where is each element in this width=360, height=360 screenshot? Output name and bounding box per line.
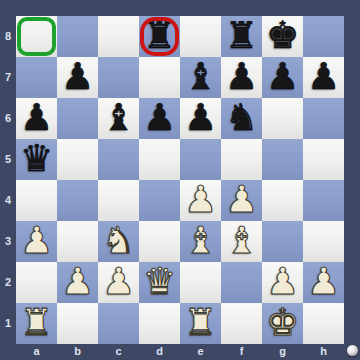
piece-black-bishop: ♝ [102, 99, 135, 136]
square-b5[interactable] [57, 139, 98, 180]
square-d7[interactable] [139, 57, 180, 98]
file-label-a: a [16, 344, 57, 360]
file-label-e: e [180, 344, 221, 360]
square-h3[interactable] [303, 221, 344, 262]
square-e8[interactable] [180, 16, 221, 57]
piece-black-pawn: ♟ [184, 99, 217, 136]
square-b1[interactable] [57, 303, 98, 344]
square-f4[interactable]: ♟ [221, 180, 262, 221]
square-a1[interactable]: ♜ [16, 303, 57, 344]
file-label-d: d [139, 344, 180, 360]
square-h8[interactable] [303, 16, 344, 57]
square-g3[interactable] [262, 221, 303, 262]
square-a5[interactable]: ♛ [16, 139, 57, 180]
square-c4[interactable] [98, 180, 139, 221]
square-a4[interactable] [16, 180, 57, 221]
square-h7[interactable]: ♟ [303, 57, 344, 98]
square-e1[interactable]: ♜ [180, 303, 221, 344]
square-f2[interactable] [221, 262, 262, 303]
square-f1[interactable] [221, 303, 262, 344]
square-f8[interactable]: ♜ [221, 16, 262, 57]
piece-white-bishop: ♝ [225, 222, 258, 259]
piece-white-rook: ♜ [184, 304, 217, 341]
piece-white-pawn: ♟ [184, 181, 217, 218]
file-label-c: c [98, 344, 139, 360]
square-g4[interactable] [262, 180, 303, 221]
square-b2[interactable]: ♟ [57, 262, 98, 303]
piece-black-pawn: ♟ [266, 58, 299, 95]
square-b3[interactable] [57, 221, 98, 262]
piece-black-queen: ♛ [20, 140, 53, 177]
rank-label-7: 7 [0, 57, 16, 98]
piece-white-bishop: ♝ [184, 222, 217, 259]
square-g5[interactable] [262, 139, 303, 180]
piece-white-pawn: ♟ [61, 263, 94, 300]
piece-white-pawn: ♟ [307, 263, 340, 300]
piece-white-pawn: ♟ [102, 263, 135, 300]
square-a2[interactable] [16, 262, 57, 303]
file-label-h: h [303, 344, 344, 360]
square-f3[interactable]: ♝ [221, 221, 262, 262]
square-e5[interactable] [180, 139, 221, 180]
square-a6[interactable]: ♟ [16, 98, 57, 139]
piece-black-rook: ♜ [225, 17, 258, 54]
square-f6[interactable]: ♞ [221, 98, 262, 139]
rank-label-4: 4 [0, 180, 16, 221]
square-a8[interactable] [16, 16, 57, 57]
chess-board: ♜♜♚♟♝♟♟♟♟♝♟♟♞♛♟♟♟♞♝♝♟♟♛♟♟♜♜♚ [16, 16, 344, 344]
square-e7[interactable]: ♝ [180, 57, 221, 98]
square-g7[interactable]: ♟ [262, 57, 303, 98]
square-h4[interactable] [303, 180, 344, 221]
piece-black-pawn: ♟ [143, 99, 176, 136]
square-c1[interactable] [98, 303, 139, 344]
square-f7[interactable]: ♟ [221, 57, 262, 98]
square-e2[interactable] [180, 262, 221, 303]
piece-black-king: ♚ [266, 17, 299, 54]
piece-white-pawn: ♟ [20, 222, 53, 259]
square-c5[interactable] [98, 139, 139, 180]
square-b6[interactable] [57, 98, 98, 139]
square-a3[interactable]: ♟ [16, 221, 57, 262]
rank-label-5: 5 [0, 139, 16, 180]
piece-black-pawn: ♟ [20, 99, 53, 136]
square-d6[interactable]: ♟ [139, 98, 180, 139]
square-d2[interactable]: ♛ [139, 262, 180, 303]
square-b8[interactable] [57, 16, 98, 57]
rank-label-8: 8 [0, 16, 16, 57]
square-e6[interactable]: ♟ [180, 98, 221, 139]
file-label-g: g [262, 344, 303, 360]
rank-label-2: 2 [0, 262, 16, 303]
square-c8[interactable] [98, 16, 139, 57]
square-h1[interactable] [303, 303, 344, 344]
square-g2[interactable]: ♟ [262, 262, 303, 303]
piece-white-queen: ♛ [143, 263, 176, 300]
red-highlight [140, 17, 179, 56]
file-label-b: b [57, 344, 98, 360]
square-g1[interactable]: ♚ [262, 303, 303, 344]
square-c2[interactable]: ♟ [98, 262, 139, 303]
piece-white-rook: ♜ [20, 304, 53, 341]
piece-black-pawn: ♟ [61, 58, 94, 95]
square-g8[interactable]: ♚ [262, 16, 303, 57]
square-h6[interactable] [303, 98, 344, 139]
piece-black-pawn: ♟ [225, 58, 258, 95]
rank-label-1: 1 [0, 303, 16, 344]
piece-black-rook: ♜ [143, 17, 176, 54]
square-d1[interactable] [139, 303, 180, 344]
square-d3[interactable] [139, 221, 180, 262]
square-h2[interactable]: ♟ [303, 262, 344, 303]
square-c7[interactable] [98, 57, 139, 98]
rank-label-6: 6 [0, 98, 16, 139]
piece-black-bishop: ♝ [184, 58, 217, 95]
green-highlight [17, 17, 56, 56]
square-g6[interactable] [262, 98, 303, 139]
side-to-move-indicator [347, 345, 358, 356]
file-label-f: f [221, 344, 262, 360]
square-d5[interactable] [139, 139, 180, 180]
square-d8[interactable]: ♜ [139, 16, 180, 57]
piece-white-pawn: ♟ [225, 181, 258, 218]
piece-white-knight: ♞ [102, 222, 135, 259]
square-b4[interactable] [57, 180, 98, 221]
piece-black-pawn: ♟ [307, 58, 340, 95]
square-e3[interactable]: ♝ [180, 221, 221, 262]
piece-white-pawn: ♟ [266, 263, 299, 300]
square-d4[interactable] [139, 180, 180, 221]
rank-label-3: 3 [0, 221, 16, 262]
square-e4[interactable]: ♟ [180, 180, 221, 221]
chess-diagram: ♜♜♚♟♝♟♟♟♟♝♟♟♞♛♟♟♟♞♝♝♟♟♛♟♟♜♜♚ 87654321 ab… [0, 0, 360, 360]
square-h5[interactable] [303, 139, 344, 180]
square-f5[interactable] [221, 139, 262, 180]
square-a7[interactable] [16, 57, 57, 98]
square-b7[interactable]: ♟ [57, 57, 98, 98]
square-c6[interactable]: ♝ [98, 98, 139, 139]
piece-black-knight: ♞ [225, 99, 258, 136]
piece-white-king: ♚ [266, 304, 299, 341]
square-c3[interactable]: ♞ [98, 221, 139, 262]
